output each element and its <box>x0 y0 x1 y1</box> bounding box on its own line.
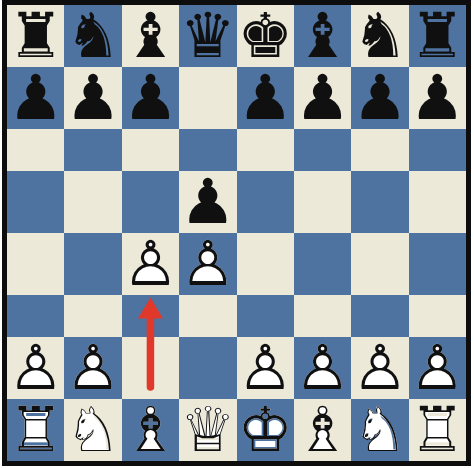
white-rook: ♜︎♖︎ <box>410 399 466 461</box>
square-c8[interactable]: ♝︎ <box>122 5 179 67</box>
square-h8[interactable]: ♜︎ <box>409 5 466 67</box>
board-frame: ♜︎♞︎♝︎♛︎♚︎♝︎♞︎♜︎♟︎♟︎♟︎♟︎♟︎♟︎♟︎♟︎♟︎♙︎♟︎♙︎… <box>2 0 471 466</box>
white-pawn: ♟︎♙︎ <box>180 233 236 295</box>
white-king: ♚︎♔︎ <box>237 399 293 461</box>
square-c1[interactable]: ♝︎♗︎ <box>122 399 179 461</box>
black-pawn: ♟︎ <box>410 67 466 129</box>
square-d3[interactable] <box>179 295 236 337</box>
square-a7[interactable]: ♟︎ <box>7 67 64 129</box>
white-rook: ♜︎♖︎ <box>8 399 64 461</box>
square-g5[interactable] <box>351 171 408 233</box>
square-a6[interactable] <box>7 129 64 171</box>
black-pawn: ♟︎ <box>237 67 293 129</box>
white-pawn: ♟︎♙︎ <box>65 337 121 399</box>
square-b8[interactable]: ♞︎ <box>64 5 121 67</box>
square-f2[interactable]: ♟︎♙︎ <box>294 337 351 399</box>
white-pawn: ♟︎♙︎ <box>123 233 179 295</box>
square-a4[interactable] <box>7 233 64 295</box>
black-pawn: ♟︎ <box>352 67 408 129</box>
black-pawn: ♟︎ <box>65 67 121 129</box>
square-c5[interactable] <box>122 171 179 233</box>
black-knight: ♞︎ <box>352 5 408 67</box>
black-king: ♚︎ <box>237 5 293 67</box>
black-bishop: ♝︎ <box>123 5 179 67</box>
square-e5[interactable] <box>237 171 294 233</box>
square-d7[interactable] <box>179 67 236 129</box>
white-knight: ♞︎♘︎ <box>352 399 408 461</box>
square-f6[interactable] <box>294 129 351 171</box>
square-g8[interactable]: ♞︎ <box>351 5 408 67</box>
square-d4[interactable]: ♟︎♙︎ <box>179 233 236 295</box>
square-a5[interactable] <box>7 171 64 233</box>
black-bishop: ♝︎ <box>295 5 351 67</box>
square-h7[interactable]: ♟︎ <box>409 67 466 129</box>
white-pawn: ♟︎♙︎ <box>8 337 64 399</box>
square-e1[interactable]: ♚︎♔︎ <box>237 399 294 461</box>
square-d5[interactable]: ♟︎ <box>179 171 236 233</box>
square-f1[interactable]: ♝︎♗︎ <box>294 399 351 461</box>
square-b4[interactable] <box>64 233 121 295</box>
square-e4[interactable] <box>237 233 294 295</box>
square-g1[interactable]: ♞︎♘︎ <box>351 399 408 461</box>
square-a1[interactable]: ♜︎♖︎ <box>7 399 64 461</box>
white-knight: ♞︎♘︎ <box>65 399 121 461</box>
square-g4[interactable] <box>351 233 408 295</box>
black-queen: ♛︎ <box>180 5 236 67</box>
black-rook: ♜︎ <box>410 5 466 67</box>
white-pawn: ♟︎♙︎ <box>295 337 351 399</box>
square-f5[interactable] <box>294 171 351 233</box>
square-b2[interactable]: ♟︎♙︎ <box>64 337 121 399</box>
square-d2[interactable] <box>179 337 236 399</box>
square-g6[interactable] <box>351 129 408 171</box>
square-c3[interactable] <box>122 295 179 337</box>
square-h2[interactable]: ♟︎♙︎ <box>409 337 466 399</box>
square-a2[interactable]: ♟︎♙︎ <box>7 337 64 399</box>
square-c6[interactable] <box>122 129 179 171</box>
black-pawn: ♟︎ <box>123 67 179 129</box>
white-pawn: ♟︎♙︎ <box>352 337 408 399</box>
square-h6[interactable] <box>409 129 466 171</box>
black-rook: ♜︎ <box>8 5 64 67</box>
square-c4[interactable]: ♟︎♙︎ <box>122 233 179 295</box>
square-b5[interactable] <box>64 171 121 233</box>
white-bishop: ♝︎♗︎ <box>123 399 179 461</box>
square-g7[interactable]: ♟︎ <box>351 67 408 129</box>
chess-board: ♜︎♞︎♝︎♛︎♚︎♝︎♞︎♜︎♟︎♟︎♟︎♟︎♟︎♟︎♟︎♟︎♟︎♙︎♟︎♙︎… <box>7 5 466 461</box>
square-e8[interactable]: ♚︎ <box>237 5 294 67</box>
square-e7[interactable]: ♟︎ <box>237 67 294 129</box>
square-b1[interactable]: ♞︎♘︎ <box>64 399 121 461</box>
black-pawn: ♟︎ <box>8 67 64 129</box>
white-pawn: ♟︎♙︎ <box>237 337 293 399</box>
square-d8[interactable]: ♛︎ <box>179 5 236 67</box>
black-pawn: ♟︎ <box>180 171 236 233</box>
square-f7[interactable]: ♟︎ <box>294 67 351 129</box>
square-h1[interactable]: ♜︎♖︎ <box>409 399 466 461</box>
black-pawn: ♟︎ <box>295 67 351 129</box>
square-f8[interactable]: ♝︎ <box>294 5 351 67</box>
square-e2[interactable]: ♟︎♙︎ <box>237 337 294 399</box>
white-pawn: ♟︎♙︎ <box>410 337 466 399</box>
black-knight: ♞︎ <box>65 5 121 67</box>
square-b6[interactable] <box>64 129 121 171</box>
white-bishop: ♝︎♗︎ <box>295 399 351 461</box>
square-b7[interactable]: ♟︎ <box>64 67 121 129</box>
square-a8[interactable]: ♜︎ <box>7 5 64 67</box>
square-d1[interactable]: ♛︎♕︎ <box>179 399 236 461</box>
square-h4[interactable] <box>409 233 466 295</box>
square-e6[interactable] <box>237 129 294 171</box>
white-queen: ♛︎♕︎ <box>180 399 236 461</box>
square-c2[interactable] <box>122 337 179 399</box>
square-g2[interactable]: ♟︎♙︎ <box>351 337 408 399</box>
square-h5[interactable] <box>409 171 466 233</box>
square-c7[interactable]: ♟︎ <box>122 67 179 129</box>
square-f4[interactable] <box>294 233 351 295</box>
